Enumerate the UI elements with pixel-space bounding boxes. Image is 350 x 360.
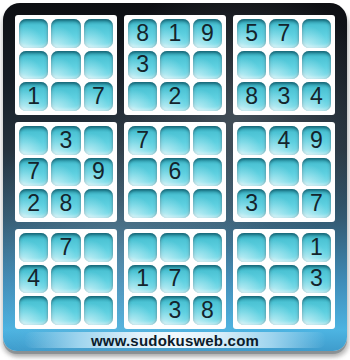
given-digit: 1 [27,85,40,108]
given-digit: 7 [310,192,323,215]
cell-r7c7[interactable] [237,233,266,262]
cell-r7c4[interactable] [128,233,157,262]
cell-r3c6[interactable] [193,82,222,111]
cell-r6c5[interactable] [160,189,189,218]
given-digit: 8 [201,299,214,322]
cell-r4c3[interactable] [84,126,113,155]
given-digit: 8 [60,192,73,215]
cell-r6c3[interactable] [84,189,113,218]
cell-r3c7[interactable]: 8 [237,82,266,111]
given-digit: 1 [136,267,149,290]
cell-r4c1[interactable] [19,126,48,155]
cell-r1c9[interactable] [302,19,331,48]
given-digit: 3 [169,299,182,322]
cell-r2c9[interactable] [302,51,331,80]
cell-r2c6[interactable] [193,51,222,80]
block-7: 74 [15,229,117,329]
cell-r5c2[interactable] [51,158,80,187]
cell-r8c3[interactable] [84,265,113,294]
cell-r5c3[interactable]: 9 [84,158,113,187]
cell-r6c8[interactable] [269,189,298,218]
block-4: 37928 [15,122,117,222]
website-link[interactable]: www.sudokusweb.com [91,333,259,348]
cell-r6c4[interactable] [128,189,157,218]
cell-r9c8[interactable] [269,296,298,325]
given-digit: 8 [245,85,258,108]
cell-r3c9[interactable]: 4 [302,82,331,111]
cell-r4c7[interactable] [237,126,266,155]
given-digit: 7 [169,267,182,290]
cell-r9c4[interactable] [128,296,157,325]
cell-r4c6[interactable] [193,126,222,155]
cell-r8c5[interactable]: 7 [160,265,189,294]
cell-r9c2[interactable] [51,296,80,325]
cell-r6c9[interactable]: 7 [302,189,331,218]
given-digit: 5 [245,22,258,45]
block-3: 57834 [233,15,335,115]
cell-r4c4[interactable]: 7 [128,126,157,155]
cell-r5c5[interactable]: 6 [160,158,189,187]
given-digit: 2 [27,192,40,215]
given-digit: 4 [278,129,291,152]
block-5: 76 [124,122,226,222]
cell-r7c6[interactable] [193,233,222,262]
given-digit: 3 [136,53,149,76]
cell-r3c2[interactable] [51,82,80,111]
given-digit: 9 [310,129,323,152]
cell-r1c8[interactable]: 7 [269,19,298,48]
cell-r9c5[interactable]: 3 [160,296,189,325]
cell-r5c7[interactable] [237,158,266,187]
given-digit: 2 [169,85,182,108]
cell-r6c7[interactable]: 3 [237,189,266,218]
given-digit: 7 [136,129,149,152]
cell-r7c5[interactable] [160,233,189,262]
cell-r1c5[interactable]: 1 [160,19,189,48]
cell-r1c2[interactable] [51,19,80,48]
cell-r4c8[interactable]: 4 [269,126,298,155]
given-digit: 1 [310,236,323,259]
cell-r2c7[interactable] [237,51,266,80]
cell-r1c3[interactable] [84,19,113,48]
cell-r6c6[interactable] [193,189,222,218]
cell-r9c9[interactable] [302,296,331,325]
cell-r1c7[interactable]: 5 [237,19,266,48]
cell-r2c8[interactable] [269,51,298,80]
given-digit: 9 [92,160,105,183]
cell-r8c9[interactable]: 3 [302,265,331,294]
cell-r8c6[interactable] [193,265,222,294]
given-digit: 3 [245,192,258,215]
cell-r9c7[interactable] [237,296,266,325]
cell-r9c3[interactable] [84,296,113,325]
cell-r7c8[interactable] [269,233,298,262]
cell-r1c4[interactable]: 8 [128,19,157,48]
cell-r2c4[interactable]: 3 [128,51,157,80]
cell-r3c8[interactable]: 3 [269,82,298,111]
sudoku-board: 1781932578343792876493774173813 www.sudo… [3,3,347,351]
block-8: 1738 [124,229,226,329]
given-digit: 4 [27,267,40,290]
given-digit: 4 [310,85,323,108]
block-9: 13 [233,229,335,329]
cell-r9c1[interactable] [19,296,48,325]
cell-r1c1[interactable] [19,19,48,48]
given-digit: 7 [278,22,291,45]
given-digit: 7 [60,236,73,259]
given-digit: 7 [92,85,105,108]
cell-r8c8[interactable] [269,265,298,294]
cell-r5c9[interactable] [302,158,331,187]
cell-r4c9[interactable]: 9 [302,126,331,155]
given-digit: 9 [201,22,214,45]
cell-r5c1[interactable]: 7 [19,158,48,187]
given-digit: 3 [310,267,323,290]
cell-r5c8[interactable] [269,158,298,187]
cell-r6c2[interactable]: 8 [51,189,80,218]
cell-r4c5[interactable] [160,126,189,155]
cell-r2c3[interactable] [84,51,113,80]
cell-r8c1[interactable]: 4 [19,265,48,294]
footer-banner: www.sudokusweb.com [24,332,326,348]
cell-r3c5[interactable]: 2 [160,82,189,111]
cell-r7c3[interactable] [84,233,113,262]
cell-r8c7[interactable] [237,265,266,294]
sudoku-grid: 1781932578343792876493774173813 [15,15,335,329]
cell-r8c2[interactable] [51,265,80,294]
cell-r6c1[interactable]: 2 [19,189,48,218]
cell-r2c5[interactable] [160,51,189,80]
given-digit: 8 [136,22,149,45]
cell-r2c2[interactable] [51,51,80,80]
cell-r3c1[interactable]: 1 [19,82,48,111]
cell-r4c2[interactable]: 3 [51,126,80,155]
cell-r3c4[interactable] [128,82,157,111]
given-digit: 3 [60,129,73,152]
cell-r3c3[interactable]: 7 [84,82,113,111]
cell-r2c1[interactable] [19,51,48,80]
block-1: 17 [15,15,117,115]
given-digit: 1 [169,22,182,45]
cell-r5c4[interactable] [128,158,157,187]
cell-r7c9[interactable]: 1 [302,233,331,262]
block-2: 81932 [124,15,226,115]
given-digit: 7 [27,160,40,183]
cell-r9c6[interactable]: 8 [193,296,222,325]
cell-r5c6[interactable] [193,158,222,187]
given-digit: 3 [278,85,291,108]
cell-r8c4[interactable]: 1 [128,265,157,294]
cell-r7c1[interactable] [19,233,48,262]
cell-r1c6[interactable]: 9 [193,19,222,48]
block-6: 4937 [233,122,335,222]
given-digit: 6 [169,160,182,183]
cell-r7c2[interactable]: 7 [51,233,80,262]
